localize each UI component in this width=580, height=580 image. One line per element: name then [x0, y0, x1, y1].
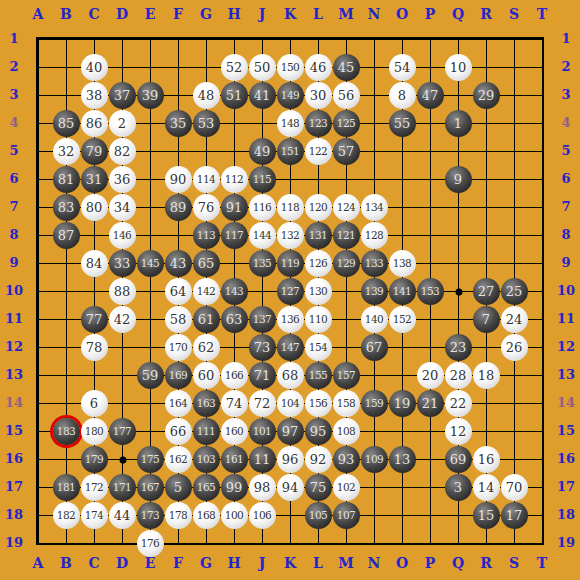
stone-G9: 65 [193, 250, 220, 277]
stone-K8: 132 [277, 222, 304, 249]
stone-Q6: 9 [445, 166, 472, 193]
col-label-bottom-G: G [192, 555, 220, 571]
stone-G11: 61 [193, 306, 220, 333]
col-label-bottom-O: O [388, 555, 416, 571]
stone-L4: 123 [305, 110, 332, 137]
row-label-right-15: 15 [552, 423, 580, 439]
stone-K10: 127 [277, 278, 304, 305]
stone-P14: 21 [417, 390, 444, 417]
stone-F10: 64 [165, 278, 192, 305]
stone-E17: 167 [137, 474, 164, 501]
col-label-top-B: B [52, 6, 80, 22]
stone-K7: 118 [277, 194, 304, 221]
stone-F18: 178 [165, 502, 192, 529]
col-label-top-D: D [108, 6, 136, 22]
stone-Q12: 23 [445, 334, 472, 361]
stone-F11: 58 [165, 306, 192, 333]
row-label-right-18: 18 [552, 507, 580, 523]
col-label-bottom-A: A [24, 555, 52, 571]
stone-B8: 87 [53, 222, 80, 249]
col-label-bottom-L: L [304, 555, 332, 571]
stone-G7: 76 [193, 194, 220, 221]
row-label-right-19: 19 [552, 535, 580, 551]
stone-R11: 7 [473, 306, 500, 333]
col-label-top-R: R [472, 6, 500, 22]
stone-H8: 117 [221, 222, 248, 249]
stone-O14: 19 [389, 390, 416, 417]
stone-J16: 11 [249, 446, 276, 473]
stone-G12: 62 [193, 334, 220, 361]
stone-C6: 31 [81, 166, 108, 193]
stone-G8: 113 [193, 222, 220, 249]
stone-K14: 104 [277, 390, 304, 417]
stone-E3: 39 [137, 82, 164, 109]
stone-O3: 8 [389, 82, 416, 109]
stone-H15: 160 [221, 418, 248, 445]
stone-M9: 129 [333, 250, 360, 277]
col-label-top-S: S [500, 6, 528, 22]
stone-B5: 32 [53, 138, 80, 165]
row-label-right-4: 4 [552, 115, 580, 131]
stone-C17: 172 [81, 474, 108, 501]
stone-J18: 106 [249, 502, 276, 529]
row-label-right-13: 13 [552, 367, 580, 383]
stone-M17: 102 [333, 474, 360, 501]
col-label-top-K: K [276, 6, 304, 22]
stone-L14: 156 [305, 390, 332, 417]
stone-N11: 140 [361, 306, 388, 333]
stone-B4: 85 [53, 110, 80, 137]
stone-L10: 130 [305, 278, 332, 305]
stone-L12: 154 [305, 334, 332, 361]
row-label-right-3: 3 [552, 87, 580, 103]
stone-K9: 119 [277, 250, 304, 277]
stone-O4: 55 [389, 110, 416, 137]
col-label-bottom-Q: Q [444, 555, 472, 571]
stone-D8: 146 [109, 222, 136, 249]
stone-K2: 150 [277, 54, 304, 81]
stone-K13: 68 [277, 362, 304, 389]
col-label-bottom-H: H [220, 555, 248, 571]
stone-R18: 15 [473, 502, 500, 529]
stone-H17: 99 [221, 474, 248, 501]
stone-F14: 164 [165, 390, 192, 417]
stone-D18: 44 [109, 502, 136, 529]
stone-C12: 78 [81, 334, 108, 361]
stone-N9: 133 [361, 250, 388, 277]
stone-D7: 34 [109, 194, 136, 221]
stone-R3: 29 [473, 82, 500, 109]
stone-Q15: 12 [445, 418, 472, 445]
stone-M16: 93 [333, 446, 360, 473]
stone-E18: 173 [137, 502, 164, 529]
stone-K4: 148 [277, 110, 304, 137]
stone-K11: 136 [277, 306, 304, 333]
stone-S12: 26 [501, 334, 528, 361]
stone-Q16: 69 [445, 446, 472, 473]
stone-G17: 165 [193, 474, 220, 501]
col-label-top-A: A [24, 6, 52, 22]
stone-M8: 121 [333, 222, 360, 249]
stone-B18: 182 [53, 502, 80, 529]
col-label-bottom-M: M [332, 555, 360, 571]
stone-S10: 25 [501, 278, 528, 305]
stone-F12: 170 [165, 334, 192, 361]
row-label-right-8: 8 [552, 227, 580, 243]
stone-E19: 176 [137, 530, 164, 557]
row-label-right-2: 2 [552, 59, 580, 75]
stone-D15: 177 [109, 418, 136, 445]
stone-D4: 2 [109, 110, 136, 137]
row-label-right-12: 12 [552, 339, 580, 355]
stone-D11: 42 [109, 306, 136, 333]
stone-E13: 59 [137, 362, 164, 389]
stone-F4: 35 [165, 110, 192, 137]
stone-B15-last-move: 183 [53, 418, 80, 445]
col-label-bottom-F: F [164, 555, 192, 571]
stone-H6: 112 [221, 166, 248, 193]
stone-H16: 161 [221, 446, 248, 473]
stone-J13: 71 [249, 362, 276, 389]
stone-N12: 67 [361, 334, 388, 361]
stone-L9: 126 [305, 250, 332, 277]
stone-S18: 17 [501, 502, 528, 529]
stone-H3: 51 [221, 82, 248, 109]
stone-M4: 125 [333, 110, 360, 137]
row-label-right-16: 16 [552, 451, 580, 467]
stone-B7: 83 [53, 194, 80, 221]
stone-C9: 84 [81, 250, 108, 277]
stone-G4: 53 [193, 110, 220, 137]
stone-O10: 141 [389, 278, 416, 305]
col-label-top-N: N [360, 6, 388, 22]
stone-G14: 163 [193, 390, 220, 417]
col-label-top-T: T [528, 6, 556, 22]
stone-O2: 54 [389, 54, 416, 81]
stone-C11: 77 [81, 306, 108, 333]
stone-Q13: 28 [445, 362, 472, 389]
stone-M15: 108 [333, 418, 360, 445]
stone-G13: 60 [193, 362, 220, 389]
stone-L13: 155 [305, 362, 332, 389]
stone-N8: 128 [361, 222, 388, 249]
stone-D6: 36 [109, 166, 136, 193]
stone-F13: 169 [165, 362, 192, 389]
stone-J5: 49 [249, 138, 276, 165]
stone-L5: 122 [305, 138, 332, 165]
col-label-bottom-N: N [360, 555, 388, 571]
col-label-bottom-B: B [52, 555, 80, 571]
stone-M14: 158 [333, 390, 360, 417]
stone-J6: 115 [249, 166, 276, 193]
stone-N16: 109 [361, 446, 388, 473]
col-label-top-O: O [388, 6, 416, 22]
row-label-right-9: 9 [552, 255, 580, 271]
stone-Q2: 10 [445, 54, 472, 81]
col-label-bottom-J: J [248, 555, 276, 571]
stone-L11: 110 [305, 306, 332, 333]
stone-C7: 80 [81, 194, 108, 221]
stone-L3: 30 [305, 82, 332, 109]
row-label-right-11: 11 [552, 311, 580, 327]
stone-J3: 41 [249, 82, 276, 109]
stone-E16: 175 [137, 446, 164, 473]
col-label-top-C: C [80, 6, 108, 22]
stone-Q14: 22 [445, 390, 472, 417]
stone-S17: 70 [501, 474, 528, 501]
stone-R17: 14 [473, 474, 500, 501]
col-label-bottom-C: C [80, 555, 108, 571]
stone-D17: 171 [109, 474, 136, 501]
stone-C15: 180 [81, 418, 108, 445]
col-label-bottom-S: S [500, 555, 528, 571]
stone-K12: 147 [277, 334, 304, 361]
col-label-bottom-D: D [108, 555, 136, 571]
col-label-top-G: G [192, 6, 220, 22]
stone-D5: 82 [109, 138, 136, 165]
stone-H13: 166 [221, 362, 248, 389]
stone-J17: 98 [249, 474, 276, 501]
stone-F9: 43 [165, 250, 192, 277]
stone-M3: 56 [333, 82, 360, 109]
stone-M2: 45 [333, 54, 360, 81]
stone-K5: 151 [277, 138, 304, 165]
stone-F16: 162 [165, 446, 192, 473]
stone-H18: 100 [221, 502, 248, 529]
stone-J14: 72 [249, 390, 276, 417]
stone-J15: 101 [249, 418, 276, 445]
stone-R16: 16 [473, 446, 500, 473]
col-label-bottom-P: P [416, 555, 444, 571]
col-label-bottom-E: E [136, 555, 164, 571]
stone-H7: 91 [221, 194, 248, 221]
stone-H10: 143 [221, 278, 248, 305]
stone-N7: 134 [361, 194, 388, 221]
row-label-right-14: 14 [552, 395, 580, 411]
stone-L17: 75 [305, 474, 332, 501]
stone-K16: 96 [277, 446, 304, 473]
stone-C4: 86 [81, 110, 108, 137]
row-label-right-5: 5 [552, 143, 580, 159]
stone-Q17: 3 [445, 474, 472, 501]
stone-P10: 153 [417, 278, 444, 305]
stone-D3: 37 [109, 82, 136, 109]
stone-B6: 81 [53, 166, 80, 193]
col-label-bottom-R: R [472, 555, 500, 571]
stone-C18: 174 [81, 502, 108, 529]
stone-N14: 159 [361, 390, 388, 417]
stone-J7: 116 [249, 194, 276, 221]
col-label-top-P: P [416, 6, 444, 22]
stone-B17: 181 [53, 474, 80, 501]
stone-J8: 144 [249, 222, 276, 249]
col-label-bottom-T: T [528, 555, 556, 571]
stone-L7: 120 [305, 194, 332, 221]
stone-G3: 48 [193, 82, 220, 109]
stone-P3: 47 [417, 82, 444, 109]
stone-K17: 94 [277, 474, 304, 501]
row-label-right-10: 10 [552, 283, 580, 299]
col-label-top-H: H [220, 6, 248, 22]
go-board: AABBCCDDEEFFGGHHJJKKLLMMNNOOPPQQRRSSTT11… [0, 0, 580, 580]
col-label-top-J: J [248, 6, 276, 22]
stone-H2: 52 [221, 54, 248, 81]
row-label-right-1: 1 [552, 31, 580, 47]
stone-M18: 107 [333, 502, 360, 529]
stone-G10: 142 [193, 278, 220, 305]
stone-C16: 179 [81, 446, 108, 473]
stone-J12: 73 [249, 334, 276, 361]
stone-O9: 138 [389, 250, 416, 277]
stones-layer: 4052501504645541038373948514114930568472… [24, 25, 556, 557]
stone-O11: 152 [389, 306, 416, 333]
stone-P13: 20 [417, 362, 444, 389]
stone-H14: 74 [221, 390, 248, 417]
stone-F7: 89 [165, 194, 192, 221]
row-label-right-7: 7 [552, 199, 580, 215]
stone-G16: 103 [193, 446, 220, 473]
stone-L18: 105 [305, 502, 332, 529]
stone-F15: 66 [165, 418, 192, 445]
stone-J2: 50 [249, 54, 276, 81]
stone-L15: 95 [305, 418, 332, 445]
stone-F6: 90 [165, 166, 192, 193]
stone-K15: 97 [277, 418, 304, 445]
stone-R10: 27 [473, 278, 500, 305]
stone-G6: 114 [193, 166, 220, 193]
stone-C5: 79 [81, 138, 108, 165]
stone-L8: 131 [305, 222, 332, 249]
stone-G15: 111 [193, 418, 220, 445]
row-label-right-6: 6 [552, 171, 580, 187]
stone-J9: 135 [249, 250, 276, 277]
stone-M13: 157 [333, 362, 360, 389]
col-label-bottom-K: K [276, 555, 304, 571]
stone-M7: 124 [333, 194, 360, 221]
stone-D10: 88 [109, 278, 136, 305]
stone-C3: 38 [81, 82, 108, 109]
col-label-top-E: E [136, 6, 164, 22]
stone-R13: 18 [473, 362, 500, 389]
stone-Q4: 1 [445, 110, 472, 137]
stone-G18: 168 [193, 502, 220, 529]
stone-O16: 13 [389, 446, 416, 473]
stone-C14: 6 [81, 390, 108, 417]
row-label-right-17: 17 [552, 479, 580, 495]
stone-J11: 137 [249, 306, 276, 333]
stone-N10: 139 [361, 278, 388, 305]
stone-D9: 33 [109, 250, 136, 277]
stone-H11: 63 [221, 306, 248, 333]
stone-L16: 92 [305, 446, 332, 473]
stone-K3: 149 [277, 82, 304, 109]
stone-C2: 40 [81, 54, 108, 81]
col-label-top-M: M [332, 6, 360, 22]
stone-L2: 46 [305, 54, 332, 81]
stone-M5: 57 [333, 138, 360, 165]
col-label-top-Q: Q [444, 6, 472, 22]
stone-F17: 5 [165, 474, 192, 501]
col-label-top-L: L [304, 6, 332, 22]
stone-S11: 24 [501, 306, 528, 333]
col-label-top-F: F [164, 6, 192, 22]
stone-E9: 145 [137, 250, 164, 277]
